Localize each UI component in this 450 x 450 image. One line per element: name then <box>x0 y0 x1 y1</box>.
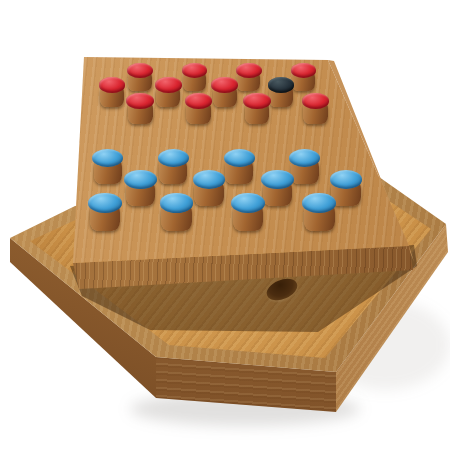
red-peg-b6[interactable] <box>126 93 154 124</box>
blue-peg-g3[interactable] <box>289 149 320 184</box>
peg-top <box>291 63 317 78</box>
red-peg-d8[interactable] <box>182 63 208 92</box>
peg-top <box>302 193 336 213</box>
red-peg-f8[interactable] <box>236 63 262 92</box>
peg-top <box>231 193 265 213</box>
peg-top <box>211 77 238 93</box>
red-peg-d6[interactable] <box>185 93 213 124</box>
red-peg-c7[interactable] <box>155 77 182 107</box>
peg-top <box>268 77 295 93</box>
red-peg-h8[interactable] <box>291 63 317 92</box>
blue-peg-d2[interactable] <box>193 170 226 206</box>
red-peg-e7[interactable] <box>211 77 238 107</box>
blue-peg-e1[interactable] <box>231 193 265 231</box>
peg-top <box>127 63 153 78</box>
dark-top-peg-g7[interactable] <box>268 77 295 107</box>
blue-peg-f2[interactable] <box>261 170 294 206</box>
peg-top <box>261 170 294 189</box>
blue-peg-c1[interactable] <box>160 193 194 231</box>
red-peg-f6[interactable] <box>243 93 271 124</box>
red-peg-h6[interactable] <box>302 93 330 124</box>
blue-peg-a3[interactable] <box>92 149 123 184</box>
blue-peg-c3[interactable] <box>158 149 189 184</box>
peg-top <box>99 77 126 93</box>
blue-peg-b2[interactable] <box>124 170 157 206</box>
peg-top <box>124 170 157 189</box>
peg-top <box>224 149 255 167</box>
peg-top <box>155 77 182 93</box>
scene <box>0 0 450 450</box>
peg-top <box>236 63 262 78</box>
peg-top <box>88 193 122 213</box>
peg-top <box>182 63 208 78</box>
peg-top <box>160 193 194 213</box>
peg-top <box>158 149 189 167</box>
blue-peg-g1[interactable] <box>302 193 336 231</box>
red-peg-b8[interactable] <box>127 63 153 92</box>
red-peg-a7[interactable] <box>99 77 126 107</box>
blue-peg-a1[interactable] <box>88 193 122 231</box>
board-row-5 <box>95 128 338 147</box>
blue-peg-e3[interactable] <box>224 149 255 184</box>
